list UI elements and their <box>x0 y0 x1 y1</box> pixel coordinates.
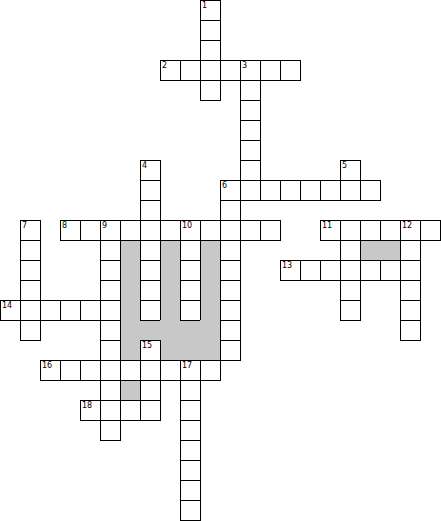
crossword-cell-r21-c9[interactable] <box>180 420 201 441</box>
crossword-cell-r11-c8[interactable] <box>160 220 181 241</box>
crossword-cell-r12-c20[interactable] <box>400 240 421 261</box>
crossword-cell-r13-c15[interactable] <box>300 260 321 281</box>
crossword-cell-r13-c14[interactable]: 13 <box>280 260 301 281</box>
shaded-cell-r16-c7 <box>140 320 161 341</box>
shaded-cell-r12-c6 <box>120 240 141 261</box>
crossword-cell-r1-c10[interactable] <box>200 20 221 41</box>
shaded-cell-r16-c9 <box>180 320 201 341</box>
crossword-page: 123456789101112131415161718 <box>0 0 441 521</box>
crossword-cell-r13-c11[interactable] <box>220 260 241 281</box>
shaded-cell-r12-c18 <box>360 240 381 261</box>
crossword-cell-r25-c9[interactable] <box>180 500 201 521</box>
shaded-cell-r14-c6 <box>120 280 141 301</box>
crossword-cell-r0-c10[interactable]: 1 <box>200 0 221 21</box>
crossword-cell-r15-c9[interactable] <box>180 300 201 321</box>
crossword-cell-r9-c17[interactable] <box>340 180 361 201</box>
crossword-cell-r18-c7[interactable] <box>140 360 161 381</box>
clue-number-3: 3 <box>242 61 247 70</box>
crossword-cell-r24-c9[interactable] <box>180 480 201 501</box>
crossword-cell-r15-c20[interactable] <box>400 300 421 321</box>
crossword-cell-r12-c17[interactable] <box>340 240 361 261</box>
crossword-cell-r14-c1[interactable] <box>20 280 41 301</box>
crossword-cell-r3-c9[interactable] <box>180 60 201 81</box>
crossword-cell-r11-c21[interactable] <box>420 220 441 241</box>
clue-number-9: 9 <box>102 221 107 230</box>
crossword-cell-r19-c7[interactable] <box>140 380 161 401</box>
crossword-cell-r9-c13[interactable] <box>260 180 281 201</box>
shaded-cell-r16-c6 <box>120 320 141 341</box>
shaded-cell-r13-c10 <box>200 260 221 281</box>
shaded-cell-r15-c6 <box>120 300 141 321</box>
crossword-cell-r15-c17[interactable] <box>340 300 361 321</box>
crossword-cell-r13-c19[interactable] <box>380 260 401 281</box>
crossword-cell-r4-c10[interactable] <box>200 80 221 101</box>
crossword-cell-r13-c1[interactable] <box>20 260 41 281</box>
shaded-cell-r16-c10 <box>200 320 221 341</box>
crossword-cell-r3-c8[interactable]: 2 <box>160 60 181 81</box>
clue-number-14: 14 <box>2 301 12 310</box>
crossword-cell-r11-c11[interactable] <box>220 220 241 241</box>
shaded-cell-r13-c6 <box>120 260 141 281</box>
crossword-cell-r14-c9[interactable] <box>180 280 201 301</box>
crossword-cell-r15-c0[interactable]: 14 <box>0 300 21 321</box>
crossword-cell-r20-c6[interactable] <box>120 400 141 421</box>
crossword-cell-r20-c7[interactable] <box>140 400 161 421</box>
crossword-cell-r18-c9[interactable]: 17 <box>180 360 201 381</box>
shaded-cell-r16-c8 <box>160 320 181 341</box>
crossword-cell-r16-c20[interactable] <box>400 320 421 341</box>
crossword-cell-r14-c20[interactable] <box>400 280 421 301</box>
crossword-cell-r19-c9[interactable] <box>180 380 201 401</box>
shaded-cell-r14-c10 <box>200 280 221 301</box>
crossword-cell-r18-c5[interactable] <box>100 360 121 381</box>
crossword-cell-r18-c4[interactable] <box>80 360 101 381</box>
crossword-cell-r8-c7[interactable]: 4 <box>140 160 161 181</box>
crossword-cell-r15-c11[interactable] <box>220 300 241 321</box>
crossword-board: 123456789101112131415161718 <box>0 0 441 521</box>
crossword-cell-r20-c5[interactable] <box>100 400 121 421</box>
crossword-cell-r21-c5[interactable] <box>100 420 121 441</box>
crossword-cell-r11-c16[interactable]: 11 <box>320 220 341 241</box>
crossword-cell-r15-c2[interactable] <box>40 300 61 321</box>
crossword-cell-r18-c8[interactable] <box>160 360 181 381</box>
clue-number-1: 1 <box>202 1 207 10</box>
crossword-cell-r16-c1[interactable] <box>20 320 41 341</box>
crossword-cell-r17-c11[interactable] <box>220 340 241 361</box>
crossword-cell-r4-c12[interactable] <box>240 80 261 101</box>
shaded-cell-r14-c8 <box>160 280 181 301</box>
shaded-cell-r17-c9 <box>180 340 201 361</box>
clue-number-13: 13 <box>282 261 292 270</box>
crossword-cell-r15-c7[interactable] <box>140 300 161 321</box>
crossword-cell-r6-c12[interactable] <box>240 120 261 141</box>
crossword-cell-r18-c10[interactable] <box>200 360 221 381</box>
crossword-cell-r11-c3[interactable]: 8 <box>60 220 81 241</box>
crossword-cell-r12-c11[interactable] <box>220 240 241 261</box>
crossword-cell-r11-c6[interactable] <box>120 220 141 241</box>
crossword-cell-r11-c1[interactable]: 7 <box>20 220 41 241</box>
clue-number-5: 5 <box>342 161 347 170</box>
crossword-cell-r19-c5[interactable] <box>100 380 121 401</box>
crossword-cell-r11-c17[interactable] <box>340 220 361 241</box>
clue-number-6: 6 <box>222 181 227 190</box>
crossword-cell-r23-c9[interactable] <box>180 460 201 481</box>
crossword-cell-r18-c6[interactable] <box>120 360 141 381</box>
crossword-cell-r9-c12[interactable] <box>240 180 261 201</box>
crossword-cell-r15-c3[interactable] <box>60 300 81 321</box>
crossword-cell-r3-c13[interactable] <box>260 60 281 81</box>
crossword-cell-r11-c12[interactable] <box>240 220 261 241</box>
clue-number-12: 12 <box>402 221 412 230</box>
crossword-cell-r14-c17[interactable] <box>340 280 361 301</box>
crossword-cell-r9-c15[interactable] <box>300 180 321 201</box>
crossword-cell-r15-c4[interactable] <box>80 300 101 321</box>
crossword-cell-r12-c1[interactable] <box>20 240 41 261</box>
crossword-cell-r17-c7[interactable]: 15 <box>140 340 161 361</box>
crossword-cell-r16-c5[interactable] <box>100 320 121 341</box>
crossword-cell-r8-c12[interactable] <box>240 160 261 181</box>
crossword-cell-r7-c12[interactable] <box>240 140 261 161</box>
crossword-cell-r13-c18[interactable] <box>360 260 381 281</box>
crossword-cell-r11-c19[interactable] <box>380 220 401 241</box>
crossword-cell-r12-c9[interactable] <box>180 240 201 261</box>
crossword-cell-r16-c11[interactable] <box>220 320 241 341</box>
crossword-cell-r22-c9[interactable] <box>180 440 201 461</box>
crossword-cell-r12-c5[interactable] <box>100 240 121 261</box>
clue-number-18: 18 <box>82 401 92 410</box>
crossword-cell-r5-c12[interactable] <box>240 100 261 121</box>
crossword-cell-r9-c18[interactable] <box>360 180 381 201</box>
crossword-cell-r13-c7[interactable] <box>140 260 161 281</box>
clue-number-16: 16 <box>42 361 52 370</box>
crossword-cell-r3-c12[interactable]: 3 <box>240 60 261 81</box>
crossword-cell-r8-c17[interactable]: 5 <box>340 160 361 181</box>
crossword-cell-r11-c10[interactable] <box>200 220 221 241</box>
clue-number-8: 8 <box>62 221 67 230</box>
crossword-cell-r13-c9[interactable] <box>180 260 201 281</box>
clue-number-15: 15 <box>142 341 152 350</box>
shaded-cell-r17-c6 <box>120 340 141 361</box>
shaded-cell-r17-c8 <box>160 340 181 361</box>
crossword-cell-r9-c16[interactable] <box>320 180 341 201</box>
clue-number-10: 10 <box>182 221 192 230</box>
crossword-cell-r12-c7[interactable] <box>140 240 161 261</box>
shaded-cell-r15-c8 <box>160 300 181 321</box>
crossword-cell-r14-c5[interactable] <box>100 280 121 301</box>
shaded-cell-r19-c6 <box>120 380 141 401</box>
crossword-cell-r3-c10[interactable] <box>200 60 221 81</box>
crossword-cell-r13-c17[interactable] <box>340 260 361 281</box>
crossword-cell-r20-c9[interactable] <box>180 400 201 421</box>
shaded-cell-r12-c8 <box>160 240 181 261</box>
shaded-cell-r13-c8 <box>160 260 181 281</box>
crossword-cell-r2-c10[interactable] <box>200 40 221 61</box>
crossword-cell-r9-c14[interactable] <box>280 180 301 201</box>
shaded-cell-r17-c10 <box>200 340 221 361</box>
shaded-cell-r12-c10 <box>200 240 221 261</box>
crossword-cell-r11-c5[interactable]: 9 <box>100 220 121 241</box>
crossword-cell-r11-c18[interactable] <box>360 220 381 241</box>
crossword-cell-r10-c11[interactable] <box>220 200 241 221</box>
crossword-cell-r15-c1[interactable] <box>20 300 41 321</box>
crossword-cell-r15-c5[interactable] <box>100 300 121 321</box>
clue-number-11: 11 <box>322 221 332 230</box>
crossword-cell-r14-c7[interactable] <box>140 280 161 301</box>
crossword-cell-r13-c16[interactable] <box>320 260 341 281</box>
crossword-cell-r11-c20[interactable]: 12 <box>400 220 421 241</box>
crossword-cell-r14-c11[interactable] <box>220 280 241 301</box>
crossword-cell-r3-c11[interactable] <box>220 60 241 81</box>
shaded-cell-r12-c19 <box>380 240 401 261</box>
crossword-cell-r13-c20[interactable] <box>400 260 421 281</box>
crossword-cell-r11-c4[interactable] <box>80 220 101 241</box>
crossword-cell-r3-c14[interactable] <box>280 60 301 81</box>
crossword-cell-r18-c3[interactable] <box>60 360 81 381</box>
crossword-cell-r17-c5[interactable] <box>100 340 121 361</box>
crossword-cell-r11-c9[interactable]: 10 <box>180 220 201 241</box>
clue-number-2: 2 <box>162 61 167 70</box>
clue-number-7: 7 <box>22 221 27 230</box>
crossword-cell-r20-c4[interactable]: 18 <box>80 400 101 421</box>
crossword-cell-r18-c2[interactable]: 16 <box>40 360 61 381</box>
crossword-cell-r11-c13[interactable] <box>260 220 281 241</box>
shaded-cell-r15-c10 <box>200 300 221 321</box>
crossword-cell-r10-c7[interactable] <box>140 200 161 221</box>
crossword-cell-r9-c11[interactable]: 6 <box>220 180 241 201</box>
clue-number-17: 17 <box>182 361 192 370</box>
crossword-cell-r13-c5[interactable] <box>100 260 121 281</box>
crossword-cell-r9-c7[interactable] <box>140 180 161 201</box>
crossword-cell-r11-c7[interactable] <box>140 220 161 241</box>
clue-number-4: 4 <box>142 161 147 170</box>
